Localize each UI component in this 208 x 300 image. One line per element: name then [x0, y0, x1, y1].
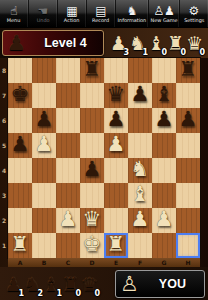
white-pawn-g2: ♟: [152, 206, 176, 231]
toolbar-button-settings[interactable]: ⚙Settings: [180, 0, 208, 27]
toolbar-button-label: Menu: [7, 17, 21, 23]
square-f3[interactable]: ♝: [128, 183, 152, 208]
black-rook-d8: ♜: [80, 56, 104, 81]
square-h1[interactable]: [176, 233, 200, 258]
toolbar-button-label: Undo: [37, 17, 50, 23]
square-h8[interactable]: ♜: [176, 58, 200, 83]
record-list-icon: ▤: [95, 5, 106, 17]
captured-queen-count: 0: [94, 289, 100, 298]
black-pawn-a5: ♟: [8, 131, 32, 156]
toolbar-button-information[interactable]: ♞Information: [116, 0, 149, 27]
rank-label-5: 5: [0, 133, 8, 158]
square-c6[interactable]: [56, 108, 80, 133]
square-g1[interactable]: [152, 233, 176, 258]
square-e7[interactable]: ♛: [104, 83, 128, 108]
square-d1[interactable]: ♚: [80, 233, 104, 258]
white-queen-d2: ♛: [80, 206, 104, 231]
white-pawn-e5: ♟: [104, 131, 128, 156]
black-pawn-h6: ♟: [176, 106, 200, 131]
square-c7[interactable]: [56, 83, 80, 108]
player-bar: ♟1♞2♝1♜0♛0 ♙ YOU: [0, 267, 208, 300]
white-pawn-f2: ♟: [128, 206, 152, 231]
captured-queen-slot: ♛0: [185, 30, 204, 56]
toolbar-button-record[interactable]: ▤Record: [87, 0, 116, 27]
square-d3[interactable]: [80, 183, 104, 208]
board-area: 87654321 ♜♜♚♛♟♝♟♟♟♟♟♟♟♟♞♝♟♛♟♟♜♚♜ ABCDEFG…: [0, 58, 208, 267]
square-a2[interactable]: [8, 208, 32, 233]
captured-queen-count: 0: [199, 48, 205, 57]
square-b8[interactable]: [32, 58, 56, 83]
white-king-d1: ♚: [80, 231, 104, 256]
rank-label-6: 6: [0, 108, 8, 133]
black-pawn-g6: ♟: [152, 106, 176, 131]
black-king-a7: ♚: [8, 81, 32, 106]
captured-knight-slot: ♞1: [128, 30, 147, 56]
square-c5[interactable]: [56, 133, 80, 158]
square-a5[interactable]: ♟: [8, 133, 32, 158]
square-b5[interactable]: ♟: [32, 133, 56, 158]
captured-pawn-slot: ♟3: [109, 30, 128, 56]
square-a8[interactable]: [8, 58, 32, 83]
square-b3[interactable]: [32, 183, 56, 208]
file-label-f: F: [128, 258, 152, 267]
square-b1[interactable]: [32, 233, 56, 258]
square-e1[interactable]: ♜: [104, 233, 128, 258]
square-c8[interactable]: [56, 58, 80, 83]
undo-hand-icon: ☚: [38, 5, 49, 17]
square-e2[interactable]: [104, 208, 128, 233]
toolbar-button-label: Settings: [184, 17, 204, 23]
chess-app-window: ☝Menu☚Undo▦Action▤Record♞Information♙♟Ne…: [0, 0, 208, 300]
white-rook-e1: ♜: [104, 231, 128, 256]
square-e5[interactable]: ♟: [104, 133, 128, 158]
file-label-b: B: [32, 258, 56, 267]
square-g3[interactable]: [152, 183, 176, 208]
black-pawn-b6: ♟: [32, 106, 56, 131]
square-e6[interactable]: ♟: [104, 108, 128, 133]
toolbar-button-label: Record: [92, 17, 109, 23]
menu-pointer-icon: ☝: [10, 5, 17, 17]
toolbar-button-undo[interactable]: ☚Undo: [29, 0, 58, 27]
square-b7[interactable]: [32, 83, 56, 108]
square-g5[interactable]: [152, 133, 176, 158]
square-f6[interactable]: [128, 108, 152, 133]
player-you-label: YOU: [141, 277, 204, 291]
square-b6[interactable]: ♟: [32, 108, 56, 133]
square-c1[interactable]: [56, 233, 80, 258]
file-label-g: G: [152, 258, 176, 267]
captured-rook-slot: ♜0: [166, 30, 185, 56]
captured-pawn-slot: ♟1: [4, 271, 23, 297]
toolbar-button-new-game[interactable]: ♙♟New Game: [149, 0, 180, 27]
black-pawn-d4: ♟: [80, 156, 104, 181]
square-c2[interactable]: ♟: [56, 208, 80, 233]
white-pawn-icon: ♙: [120, 273, 139, 295]
square-d2[interactable]: ♛: [80, 208, 104, 233]
square-f5[interactable]: [128, 133, 152, 158]
captured-white-pieces-tray: ♟3♞1♝0♜0♛0: [109, 30, 204, 56]
black-rook-h8: ♜: [176, 56, 200, 81]
captured-knight-slot: ♞2: [23, 271, 42, 297]
square-a3[interactable]: [8, 183, 32, 208]
action-board-icon: ▦: [66, 5, 77, 17]
file-label-a: A: [8, 258, 32, 267]
opponent-bar: ♟ Level 4 ♟3♞1♝0♜0♛0: [0, 28, 208, 58]
captured-bishop-slot: ♝1: [42, 271, 61, 297]
rank-label-8: 8: [0, 58, 8, 83]
square-d8[interactable]: ♜: [80, 58, 104, 83]
white-pawn-b5: ♟: [32, 131, 56, 156]
square-d7[interactable]: [80, 83, 104, 108]
toolbar: ☝Menu☚Undo▦Action▤Record♞Information♙♟Ne…: [0, 0, 208, 28]
settings-tools-icon: ⚙: [189, 5, 200, 17]
square-b2[interactable]: [32, 208, 56, 233]
square-g6[interactable]: ♟: [152, 108, 176, 133]
toolbar-button-label: New Game: [150, 17, 177, 23]
square-d6[interactable]: [80, 108, 104, 133]
toolbar-button-label: Information: [118, 17, 147, 23]
white-rook-a1: ♜: [8, 231, 32, 256]
file-label-d: D: [80, 258, 104, 267]
black-pawn-f7: ♟: [128, 81, 152, 106]
white-knight-f4: ♞: [128, 156, 152, 181]
file-labels: ABCDEFGH: [8, 258, 200, 267]
chess-board[interactable]: ♜♜♚♛♟♝♟♟♟♟♟♟♟♟♞♝♟♛♟♟♜♚♜: [8, 58, 200, 258]
square-f7[interactable]: ♟: [128, 83, 152, 108]
square-e3[interactable]: [104, 183, 128, 208]
new-game-pieces-icon: ♙♟: [153, 5, 175, 17]
square-h2[interactable]: [176, 208, 200, 233]
square-f1[interactable]: [128, 233, 152, 258]
black-pawn-e6: ♟: [104, 106, 128, 131]
square-c4[interactable]: [56, 158, 80, 183]
square-e4[interactable]: [104, 158, 128, 183]
black-pawn-icon: ♟: [7, 32, 26, 54]
information-knight-icon: ♞: [127, 5, 138, 17]
square-c3[interactable]: [56, 183, 80, 208]
rank-labels: 87654321: [0, 58, 8, 258]
square-f4[interactable]: ♞: [128, 158, 152, 183]
square-f2[interactable]: ♟: [128, 208, 152, 233]
toolbar-button-menu[interactable]: ☝Menu: [0, 0, 29, 27]
square-h4[interactable]: [176, 158, 200, 183]
captured-queen-slot: ♛0: [80, 271, 99, 297]
black-bishop-g7: ♝: [152, 81, 176, 106]
captured-bishop-slot: ♝0: [147, 30, 166, 56]
square-g4[interactable]: [152, 158, 176, 183]
square-a7[interactable]: ♚: [8, 83, 32, 108]
square-d5[interactable]: [80, 133, 104, 158]
file-label-h: H: [176, 258, 200, 267]
square-a1[interactable]: ♜: [8, 233, 32, 258]
rank-label-1: 1: [0, 233, 8, 258]
file-label-c: C: [56, 258, 80, 267]
rank-label-7: 7: [0, 83, 8, 108]
rank-label-2: 2: [0, 208, 8, 233]
square-g8[interactable]: [152, 58, 176, 83]
square-a4[interactable]: [8, 158, 32, 183]
square-g7[interactable]: ♝: [152, 83, 176, 108]
square-h3[interactable]: [176, 183, 200, 208]
square-b4[interactable]: [32, 158, 56, 183]
square-d4[interactable]: ♟: [80, 158, 104, 183]
white-bishop-f3: ♝: [128, 181, 152, 206]
toolbar-button-action[interactable]: ▦Action: [58, 0, 87, 27]
square-f8[interactable]: [128, 58, 152, 83]
black-queen-e7: ♛: [104, 81, 128, 106]
captured-black-pieces-tray: ♟1♞2♝1♜0♛0: [4, 271, 99, 297]
opponent-level-box[interactable]: ♟ Level 4: [2, 30, 104, 56]
opponent-level-label: Level 4: [28, 36, 103, 50]
square-g2[interactable]: ♟: [152, 208, 176, 233]
square-h6[interactable]: ♟: [176, 108, 200, 133]
player-you-box[interactable]: ♙ YOU: [115, 270, 205, 298]
square-h5[interactable]: [176, 133, 200, 158]
square-h7[interactable]: [176, 83, 200, 108]
rank-label-3: 3: [0, 183, 8, 208]
rank-label-4: 4: [0, 158, 8, 183]
captured-rook-slot: ♜0: [61, 271, 80, 297]
square-a6[interactable]: [8, 108, 32, 133]
white-pawn-c2: ♟: [56, 206, 80, 231]
square-e8[interactable]: [104, 58, 128, 83]
file-label-e: E: [104, 258, 128, 267]
toolbar-button-label: Action: [64, 17, 80, 23]
